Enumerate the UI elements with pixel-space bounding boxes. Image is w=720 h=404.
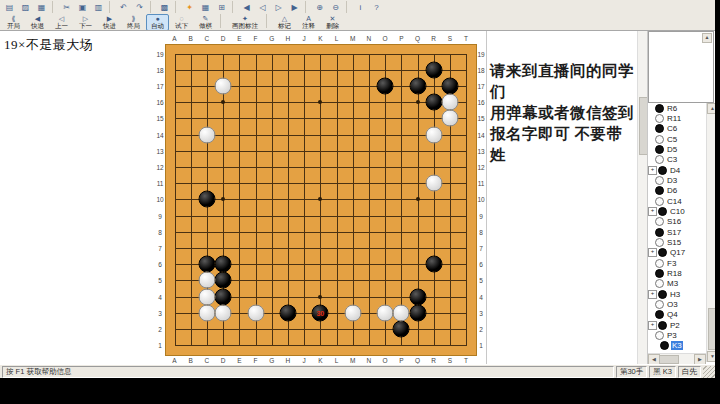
fast-back-button[interactable]: ◀快退 bbox=[26, 14, 49, 31]
black-stone-icon bbox=[655, 124, 664, 133]
coord-label-top: T bbox=[464, 35, 468, 42]
move-label: M3 bbox=[666, 279, 679, 288]
lecture-comment-text: 请来到直播间的同学们用弹幕或者微信签到报名字即可 不要带姓 bbox=[490, 60, 636, 165]
comment-button-label: 注释 bbox=[302, 22, 315, 29]
status-help-text: 按 F1 获取帮助信息 bbox=[2, 366, 614, 378]
coord-label-left: 15 bbox=[156, 115, 163, 122]
tree-node[interactable]: Q4 bbox=[648, 310, 706, 320]
vscroll-thumb[interactable] bbox=[708, 308, 715, 350]
toolbar-separator bbox=[266, 14, 271, 28]
move-label: C3 bbox=[666, 155, 678, 164]
black-stone-K3[interactable]: 30 bbox=[312, 304, 329, 321]
coord-label-top: J bbox=[302, 35, 305, 42]
white-stone-icon bbox=[655, 114, 664, 123]
comment-pane[interactable]: 请来到直播间的同学们用弹幕或者微信签到报名字即可 不要带姓 bbox=[488, 31, 636, 364]
coord-label-right: 7 bbox=[479, 244, 483, 251]
move-label: S16 bbox=[666, 217, 682, 226]
status-last-move: 黑 K3 bbox=[649, 366, 676, 378]
coord-label-top: N bbox=[367, 35, 372, 42]
go-end-button-label: 终局 bbox=[127, 22, 140, 29]
pane-divider-left bbox=[486, 31, 487, 364]
coord-label-left: 19 bbox=[156, 50, 163, 57]
grid-line-v bbox=[401, 54, 402, 347]
move-label: D5 bbox=[666, 145, 678, 154]
tree-node-selected[interactable]: K3 bbox=[648, 341, 706, 351]
open-file-icon[interactable]: ▨ bbox=[18, 0, 33, 14]
go-end-button[interactable]: ⟫终局 bbox=[122, 14, 145, 31]
coord-label-bottom: B bbox=[189, 357, 193, 364]
black-stone-D5[interactable] bbox=[215, 272, 232, 289]
coord-label-right: 13 bbox=[477, 147, 484, 154]
coord-label-left: 11 bbox=[157, 180, 164, 187]
mark-button-label: 标记 bbox=[278, 22, 291, 29]
coord-label-right: 12 bbox=[477, 163, 484, 170]
comment-button[interactable]: A注释 bbox=[297, 14, 320, 31]
tree-node[interactable]: C5 bbox=[648, 134, 706, 144]
black-stone-icon bbox=[660, 341, 669, 350]
coord-label-top: D bbox=[221, 35, 226, 42]
grid-line-v bbox=[385, 54, 386, 347]
coord-label-right: 1 bbox=[479, 342, 483, 349]
coord-label-left: 8 bbox=[158, 228, 162, 235]
black-stone-Q17[interactable] bbox=[409, 77, 426, 94]
coord-label-bottom: D bbox=[221, 357, 226, 364]
toolbar-separator bbox=[232, 1, 237, 13]
coord-label-top: P bbox=[399, 35, 403, 42]
black-stone-C6[interactable] bbox=[198, 256, 215, 273]
coord-label-top: L bbox=[335, 35, 339, 42]
last-move-icon[interactable]: ▶ bbox=[287, 0, 302, 14]
scroll-up-icon[interactable]: ▲ bbox=[707, 103, 715, 114]
resize-grip[interactable] bbox=[703, 366, 715, 378]
star-point bbox=[318, 100, 322, 104]
board-grid-icon[interactable]: ⊞ bbox=[214, 0, 229, 14]
new-file-icon[interactable]: ▤ bbox=[2, 0, 17, 14]
coord-label-bottom: G bbox=[269, 357, 274, 364]
next-move-icon[interactable]: ▷ bbox=[271, 0, 286, 14]
black-stone-icon bbox=[655, 186, 664, 195]
tree-node[interactable]: S16 bbox=[648, 217, 706, 227]
coord-label-left: 2 bbox=[158, 325, 162, 332]
star-point bbox=[318, 197, 322, 201]
copy-icon[interactable]: ▣ bbox=[75, 0, 90, 14]
coord-label-bottom: J bbox=[302, 357, 305, 364]
coord-label-top: Q bbox=[415, 35, 420, 42]
toolbar-separator bbox=[220, 14, 225, 28]
delete-button-label: 删除 bbox=[326, 22, 339, 29]
redo-icon[interactable]: ↷ bbox=[132, 0, 147, 14]
black-stone-R18[interactable] bbox=[425, 61, 442, 78]
mark-button[interactable]: △标记 bbox=[273, 14, 296, 31]
info-icon[interactable]: i bbox=[353, 0, 368, 14]
white-stone-C5[interactable] bbox=[198, 272, 215, 289]
prev-button[interactable]: ◁上一 bbox=[50, 14, 73, 31]
coord-label-right: 3 bbox=[479, 309, 483, 316]
star-tool-icon[interactable]: ✦ bbox=[182, 0, 197, 14]
star-point bbox=[221, 197, 225, 201]
go-software-window: ▤▨▦✂▣▥↶↷▩✦▦⊞◀◁▷▶⊕⊖i? ⟪开局◀快退◁上一▷下一▶快进⟫终局●… bbox=[0, 0, 715, 378]
navigation-toolbar: ⟪开局◀快退◁上一▷下一▶快进⟫终局●自动◌试下✎做棋✦画图标注△标记A注释✕删… bbox=[0, 14, 715, 30]
tree-node[interactable]: D3 bbox=[648, 175, 706, 185]
white-stone-P3[interactable] bbox=[393, 304, 410, 321]
coord-label-bottom: Q bbox=[415, 357, 420, 364]
fast-back-button-label: 快退 bbox=[31, 22, 44, 29]
white-stone-icon bbox=[655, 238, 664, 247]
fast-forward-button-label: 快进 bbox=[103, 22, 116, 29]
move-label: P3 bbox=[666, 331, 678, 340]
star-point bbox=[221, 100, 225, 104]
black-stone-icon bbox=[655, 269, 664, 278]
print-icon[interactable]: ▩ bbox=[157, 0, 172, 14]
zoom-out-icon[interactable]: ⊖ bbox=[328, 0, 343, 14]
coord-label-bottom: H bbox=[286, 357, 291, 364]
move-label: K3 bbox=[671, 341, 683, 350]
grid-line-v bbox=[466, 54, 467, 347]
star-point bbox=[416, 100, 420, 104]
expand-icon[interactable]: + bbox=[648, 166, 657, 175]
game-info-box[interactable]: ▲ bbox=[648, 31, 714, 103]
comment-scrollbar[interactable] bbox=[637, 31, 647, 364]
info-scroll-up-icon[interactable]: ▲ bbox=[702, 33, 712, 43]
move-list: R6R11C6C5D5C3+D4D3D6C14+C10S16S17S15+Q17… bbox=[648, 103, 706, 352]
coord-label-left: 18 bbox=[156, 66, 163, 73]
tree-node[interactable]: D5 bbox=[648, 144, 706, 154]
coord-label-left: 4 bbox=[158, 293, 162, 300]
white-stone-icon bbox=[655, 300, 664, 309]
black-stone-R6[interactable] bbox=[425, 256, 442, 273]
white-stone-S16[interactable] bbox=[441, 94, 458, 111]
white-stone-C3[interactable] bbox=[198, 304, 215, 321]
comment-line: 报名字即可 不要带姓 bbox=[490, 123, 636, 165]
move-label: C10 bbox=[669, 207, 686, 216]
grid-line-h bbox=[175, 232, 468, 233]
status-turn: 白先 bbox=[678, 366, 701, 378]
first-move-icon[interactable]: ◀ bbox=[239, 0, 254, 14]
coord-label-bottom: R bbox=[431, 357, 436, 364]
black-stone-icon bbox=[655, 145, 664, 154]
expand-icon[interactable]: + bbox=[648, 207, 657, 216]
coord-label-bottom: T bbox=[464, 357, 468, 364]
coord-label-right: 10 bbox=[477, 196, 484, 203]
coord-label-right: 16 bbox=[477, 99, 484, 106]
move-label: D3 bbox=[666, 176, 678, 185]
move-label: Q17 bbox=[669, 248, 686, 257]
white-stone-C4[interactable] bbox=[198, 288, 215, 305]
toolbar-separator bbox=[305, 1, 310, 13]
black-stone-R16[interactable] bbox=[425, 94, 442, 111]
go-start-button[interactable]: ⟪开局 bbox=[2, 14, 25, 31]
try-move-button[interactable]: ◌试下 bbox=[170, 14, 193, 31]
move-label: F3 bbox=[666, 259, 677, 268]
tree-node[interactable]: C3 bbox=[648, 155, 706, 165]
coord-label-top: H bbox=[286, 35, 291, 42]
go-start-button-label: 开局 bbox=[7, 22, 20, 29]
white-stone-icon bbox=[655, 279, 664, 288]
tree-node[interactable]: +C10 bbox=[648, 206, 706, 216]
coord-label-right: 14 bbox=[477, 131, 484, 138]
white-stone-R11[interactable] bbox=[425, 175, 442, 192]
cut-icon[interactable]: ✂ bbox=[59, 0, 74, 14]
auto-play-button[interactable]: ●自动 bbox=[146, 14, 169, 31]
tree-node[interactable]: F3 bbox=[648, 258, 706, 268]
paste-icon[interactable]: ▥ bbox=[91, 0, 106, 14]
black-stone-icon bbox=[655, 228, 664, 237]
coord-label-bottom: A bbox=[172, 357, 176, 364]
coord-label-top: A bbox=[172, 35, 176, 42]
black-stone-D6[interactable] bbox=[215, 256, 232, 273]
white-stone-icon bbox=[655, 155, 664, 164]
grid-line-h bbox=[175, 345, 468, 346]
coord-label-bottom: F bbox=[254, 357, 258, 364]
white-stone-icon bbox=[655, 197, 664, 206]
coord-label-top: B bbox=[189, 35, 193, 42]
next-button-label: 下一 bbox=[79, 22, 92, 29]
grid-line-h bbox=[175, 248, 468, 249]
coord-label-top: G bbox=[269, 35, 274, 42]
coord-label-top: F bbox=[254, 35, 258, 42]
coord-label-bottom: P bbox=[399, 357, 403, 364]
white-stone-icon bbox=[655, 217, 664, 226]
white-stone-D3[interactable] bbox=[215, 304, 232, 321]
expand-icon[interactable]: + bbox=[648, 290, 657, 299]
coord-label-right: 9 bbox=[479, 212, 483, 219]
coord-label-right: 11 bbox=[478, 180, 485, 187]
black-stone-D4[interactable] bbox=[215, 288, 232, 305]
coord-label-left: 14 bbox=[156, 131, 163, 138]
tree-node[interactable]: +Q17 bbox=[648, 248, 706, 258]
black-stone-icon bbox=[658, 207, 667, 216]
black-stone-Q3[interactable] bbox=[409, 304, 426, 321]
zoom-in-icon[interactable]: ⊕ bbox=[312, 0, 327, 14]
coord-label-left: 6 bbox=[158, 261, 162, 268]
expand-icon[interactable]: + bbox=[648, 321, 657, 330]
black-stone-icon bbox=[658, 248, 667, 257]
move-label: D6 bbox=[666, 186, 678, 195]
coord-label-bottom: N bbox=[367, 357, 372, 364]
white-stone-M3[interactable] bbox=[344, 304, 361, 321]
coord-label-top: S bbox=[448, 35, 452, 42]
coord-label-bottom: C bbox=[205, 357, 210, 364]
tree-node[interactable]: C6 bbox=[648, 124, 706, 134]
black-stone-icon bbox=[655, 310, 664, 319]
status-bar: 按 F1 获取帮助信息 第30手 黑 K3 白先 bbox=[0, 364, 715, 378]
move-label: Q4 bbox=[666, 310, 679, 319]
content-area: 19×不是最大场 30 AA1919BB1818CC1717DD1616EE15… bbox=[0, 31, 715, 364]
edit-board-button[interactable]: ✎做棋 bbox=[194, 14, 217, 31]
move-label: R18 bbox=[666, 269, 683, 278]
grid-line-v bbox=[337, 54, 338, 347]
black-stone-icon bbox=[658, 290, 667, 299]
coord-label-right: 15 bbox=[477, 115, 484, 122]
coord-label-bottom: K bbox=[318, 357, 322, 364]
tree-node[interactable]: M3 bbox=[648, 279, 706, 289]
move-label: S17 bbox=[666, 228, 682, 237]
prev-move-icon[interactable]: ◁ bbox=[255, 0, 270, 14]
white-stone-icon bbox=[655, 331, 664, 340]
comment-line: 用弹幕或者微信签到 bbox=[490, 102, 636, 123]
coord-label-left: 3 bbox=[158, 309, 162, 316]
board-small-icon[interactable]: ▦ bbox=[198, 0, 213, 14]
tree-node[interactable]: +D4 bbox=[648, 165, 706, 175]
scroll-down-icon[interactable]: ▼ bbox=[707, 351, 715, 362]
delete-button[interactable]: ✕删除 bbox=[321, 14, 344, 31]
fast-forward-button[interactable]: ▶快进 bbox=[98, 14, 121, 31]
board-title-note: 19×不是最大场 bbox=[4, 36, 93, 54]
black-stone-icon bbox=[658, 321, 667, 330]
toolbar-separator bbox=[346, 1, 351, 13]
black-stone-H3[interactable] bbox=[279, 304, 296, 321]
coord-label-left: 13 bbox=[156, 147, 163, 154]
coord-label-right: 4 bbox=[479, 293, 483, 300]
black-stone-C10[interactable] bbox=[198, 191, 215, 208]
tree-node[interactable]: D6 bbox=[648, 186, 706, 196]
move-label: C14 bbox=[666, 197, 683, 206]
white-stone-D17[interactable] bbox=[215, 77, 232, 94]
toolbar-separator bbox=[52, 1, 57, 13]
video-frame: ▤▨▦✂▣▥↶↷▩✦▦⊞◀◁▷▶⊕⊖i? ⟪开局◀快退◁上一▷下一▶快进⟫终局●… bbox=[0, 0, 720, 404]
move-label: R6 bbox=[666, 104, 678, 113]
move-label: S15 bbox=[666, 238, 682, 247]
comment-line: 请来到直播间的同学们 bbox=[490, 60, 636, 102]
draw-tools-button-label: 画图标注 bbox=[232, 22, 258, 29]
grid-line-v bbox=[369, 54, 370, 347]
tree-node[interactable]: +P2 bbox=[648, 320, 706, 330]
grid-line-v bbox=[353, 54, 354, 347]
next-button[interactable]: ▷下一 bbox=[74, 14, 97, 31]
move-label: R11 bbox=[666, 114, 682, 123]
white-stone-O3[interactable] bbox=[377, 304, 394, 321]
coord-label-top: K bbox=[318, 35, 322, 42]
tree-node[interactable]: R18 bbox=[648, 268, 706, 278]
black-stone-P2[interactable] bbox=[393, 320, 410, 337]
move-tree-panel: ▲ R6R11C6C5D5C3+D4D3D6C14+C10S16S17S15+Q… bbox=[648, 31, 715, 364]
tree-node[interactable]: S17 bbox=[648, 227, 706, 237]
tree-node[interactable]: R11 bbox=[648, 113, 706, 123]
move-label: O3 bbox=[666, 300, 679, 309]
black-stone-icon bbox=[655, 104, 664, 113]
coord-label-right: 8 bbox=[479, 228, 483, 235]
tree-node[interactable]: +H3 bbox=[648, 289, 706, 299]
black-stone-O17[interactable] bbox=[377, 77, 394, 94]
draw-tools-button[interactable]: ✦画图标注 bbox=[227, 14, 263, 31]
auto-play-button-label: 自动 bbox=[151, 22, 164, 29]
grid-line-h bbox=[175, 216, 468, 217]
coord-label-bottom: E bbox=[237, 357, 241, 364]
coord-label-bottom: O bbox=[383, 357, 388, 364]
undo-icon[interactable]: ↶ bbox=[116, 0, 131, 14]
last-move-marker: 30 bbox=[316, 309, 324, 316]
white-stone-F3[interactable] bbox=[247, 304, 264, 321]
black-stone-icon bbox=[658, 166, 667, 175]
coord-label-top: O bbox=[383, 35, 388, 42]
coord-label-right: 5 bbox=[479, 277, 483, 284]
coord-label-bottom: M bbox=[350, 357, 355, 364]
coord-label-top: M bbox=[350, 35, 355, 42]
move-label: H3 bbox=[669, 290, 681, 299]
coord-label-left: 10 bbox=[156, 196, 163, 203]
coord-label-top: C bbox=[205, 35, 210, 42]
white-stone-R14[interactable] bbox=[425, 126, 442, 143]
toolbar-separator bbox=[175, 1, 180, 13]
white-stone-C14[interactable] bbox=[198, 126, 215, 143]
coord-label-bottom: L bbox=[335, 357, 339, 364]
move-label: P2 bbox=[669, 321, 681, 330]
toolbar-separator bbox=[150, 1, 155, 13]
prev-button-label: 上一 bbox=[55, 22, 68, 29]
tree-node[interactable]: C14 bbox=[648, 196, 706, 206]
coord-label-left: 7 bbox=[158, 244, 162, 251]
coord-label-top: R bbox=[431, 35, 436, 42]
white-stone-S15[interactable] bbox=[441, 110, 458, 127]
coord-label-left: 16 bbox=[156, 99, 163, 106]
coord-label-right: 17 bbox=[477, 82, 484, 89]
tree-node[interactable]: S15 bbox=[648, 237, 706, 247]
main-toolbar: ▤▨▦✂▣▥↶↷▩✦▦⊞◀◁▷▶⊕⊖i? bbox=[0, 0, 715, 14]
coord-label-left: 5 bbox=[158, 277, 162, 284]
move-label: D4 bbox=[669, 166, 681, 175]
grid-line-h bbox=[175, 329, 468, 330]
star-point bbox=[318, 295, 322, 299]
coord-label-right: 2 bbox=[479, 325, 483, 332]
coord-label-top: E bbox=[237, 35, 241, 42]
coord-label-left: 1 bbox=[158, 342, 162, 349]
edit-board-button-label: 做棋 bbox=[199, 22, 212, 29]
go-board[interactable]: 30 bbox=[165, 44, 477, 356]
try-move-button-label: 试下 bbox=[175, 22, 188, 29]
expand-icon[interactable]: + bbox=[648, 248, 657, 257]
coord-label-right: 18 bbox=[477, 66, 484, 73]
coord-label-right: 19 bbox=[477, 50, 484, 57]
move-list-vscrollbar[interactable]: ▲ ▼ bbox=[706, 103, 715, 362]
hscroll-thumb[interactable] bbox=[659, 355, 679, 364]
move-label: C6 bbox=[666, 124, 678, 133]
tree-node[interactable]: P3 bbox=[648, 330, 706, 340]
star-point bbox=[416, 197, 420, 201]
save-file-icon[interactable]: ▦ bbox=[34, 0, 49, 14]
go-board-area: 30 AA1919BB1818CC1717DD1616EE1515FF1414G… bbox=[160, 31, 486, 364]
coord-label-bottom: S bbox=[448, 357, 452, 364]
coord-label-left: 9 bbox=[158, 212, 162, 219]
move-label: C5 bbox=[666, 135, 678, 144]
move-list-hscrollbar[interactable]: ◀ ▶ bbox=[648, 353, 706, 364]
white-stone-icon bbox=[655, 176, 664, 185]
white-stone-icon bbox=[655, 259, 664, 268]
coord-label-left: 12 bbox=[156, 163, 163, 170]
coord-label-right: 6 bbox=[479, 261, 483, 268]
coord-label-left: 17 bbox=[156, 82, 163, 89]
help-icon[interactable]: ? bbox=[369, 0, 384, 14]
toolbar-separator bbox=[109, 1, 114, 13]
tree-node[interactable]: R6 bbox=[648, 103, 706, 113]
white-stone-icon bbox=[655, 135, 664, 144]
black-stone-S17[interactable] bbox=[441, 77, 458, 94]
tree-node[interactable]: O3 bbox=[648, 299, 706, 309]
status-move-number: 第30手 bbox=[616, 366, 647, 378]
black-stone-Q4[interactable] bbox=[409, 288, 426, 305]
